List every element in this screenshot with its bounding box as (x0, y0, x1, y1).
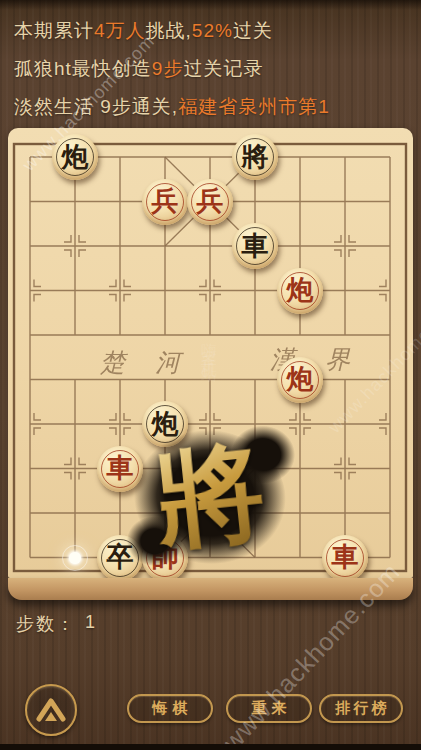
leaderboard-button[interactable]: 排行榜 (319, 694, 403, 723)
footer-toolbar: 悔棋 重来 排行榜 (0, 684, 421, 734)
chevron-up-icon (34, 695, 68, 725)
undo-button[interactable]: 悔棋 (127, 694, 213, 723)
piece-glyph: 炮 (287, 366, 314, 393)
piece-glyph: 車 (107, 455, 134, 482)
piece-red-炮[interactable]: 炮 (277, 268, 323, 314)
banner-text: 过关 (233, 20, 273, 41)
bottom-black-bar (0, 744, 421, 750)
top-shadow (0, 0, 421, 10)
river-label-left: 楚 河 (100, 349, 192, 376)
banner-highlight-text: 4万人 (94, 20, 146, 41)
piece-red-炮[interactable]: 炮 (277, 357, 323, 403)
check-stamp-glyph: 將 (142, 429, 278, 565)
piece-glyph: 將 (242, 144, 269, 171)
piece-glyph: 兵 (197, 188, 224, 215)
stats-banner: 本期累计4万人挑战,52%过关 孤狼ht最快创造9步过关记录 淡然生活 9步通关… (14, 12, 414, 126)
move-counter-value: 1 (85, 612, 97, 636)
banner-highlight-text: 福建省泉州市第1 (178, 96, 330, 117)
banner-highlight-text: 52% (192, 20, 233, 41)
banner-text: 淡然生活 9步通关, (14, 96, 178, 117)
piece-red-車[interactable]: 車 (322, 535, 368, 581)
piece-glyph: 炮 (287, 277, 314, 304)
board-bottom-edge (8, 578, 413, 600)
piece-glyph: 炮 (62, 144, 89, 171)
banner-text: 挑战, (146, 20, 192, 41)
banner-text: 孤狼ht最快创造 (14, 58, 152, 79)
xiangqi-board[interactable]: 楚 河 漢 界 炮將兵兵車炮炮炮車卒帥車 將 (8, 128, 413, 578)
banner-text: 本期累计 (14, 20, 94, 41)
last-move-origin-marker (69, 552, 81, 564)
banner-highlight-text: 9步 (152, 58, 184, 79)
banner-text: 过关记录 (183, 58, 263, 79)
piece-glyph: 車 (332, 544, 359, 571)
piece-glyph: 兵 (152, 188, 179, 215)
piece-red-兵[interactable]: 兵 (142, 179, 188, 225)
expand-button[interactable] (25, 684, 77, 736)
piece-glyph: 車 (242, 233, 269, 260)
banner-line-1: 本期累计4万人挑战,52%过关 (14, 12, 414, 50)
piece-black-將[interactable]: 將 (232, 134, 278, 180)
restart-button[interactable]: 重来 (226, 694, 312, 723)
move-counter: 步数： 1 (16, 612, 97, 636)
move-counter-label: 步数： (16, 612, 76, 636)
piece-black-車[interactable]: 車 (232, 223, 278, 269)
banner-line-3: 淡然生活 9步通关,福建省泉州市第1 (14, 88, 414, 126)
piece-black-炮[interactable]: 炮 (52, 134, 98, 180)
banner-line-2: 孤狼ht最快创造9步过关记录 (14, 50, 414, 88)
piece-red-兵[interactable]: 兵 (187, 179, 233, 225)
